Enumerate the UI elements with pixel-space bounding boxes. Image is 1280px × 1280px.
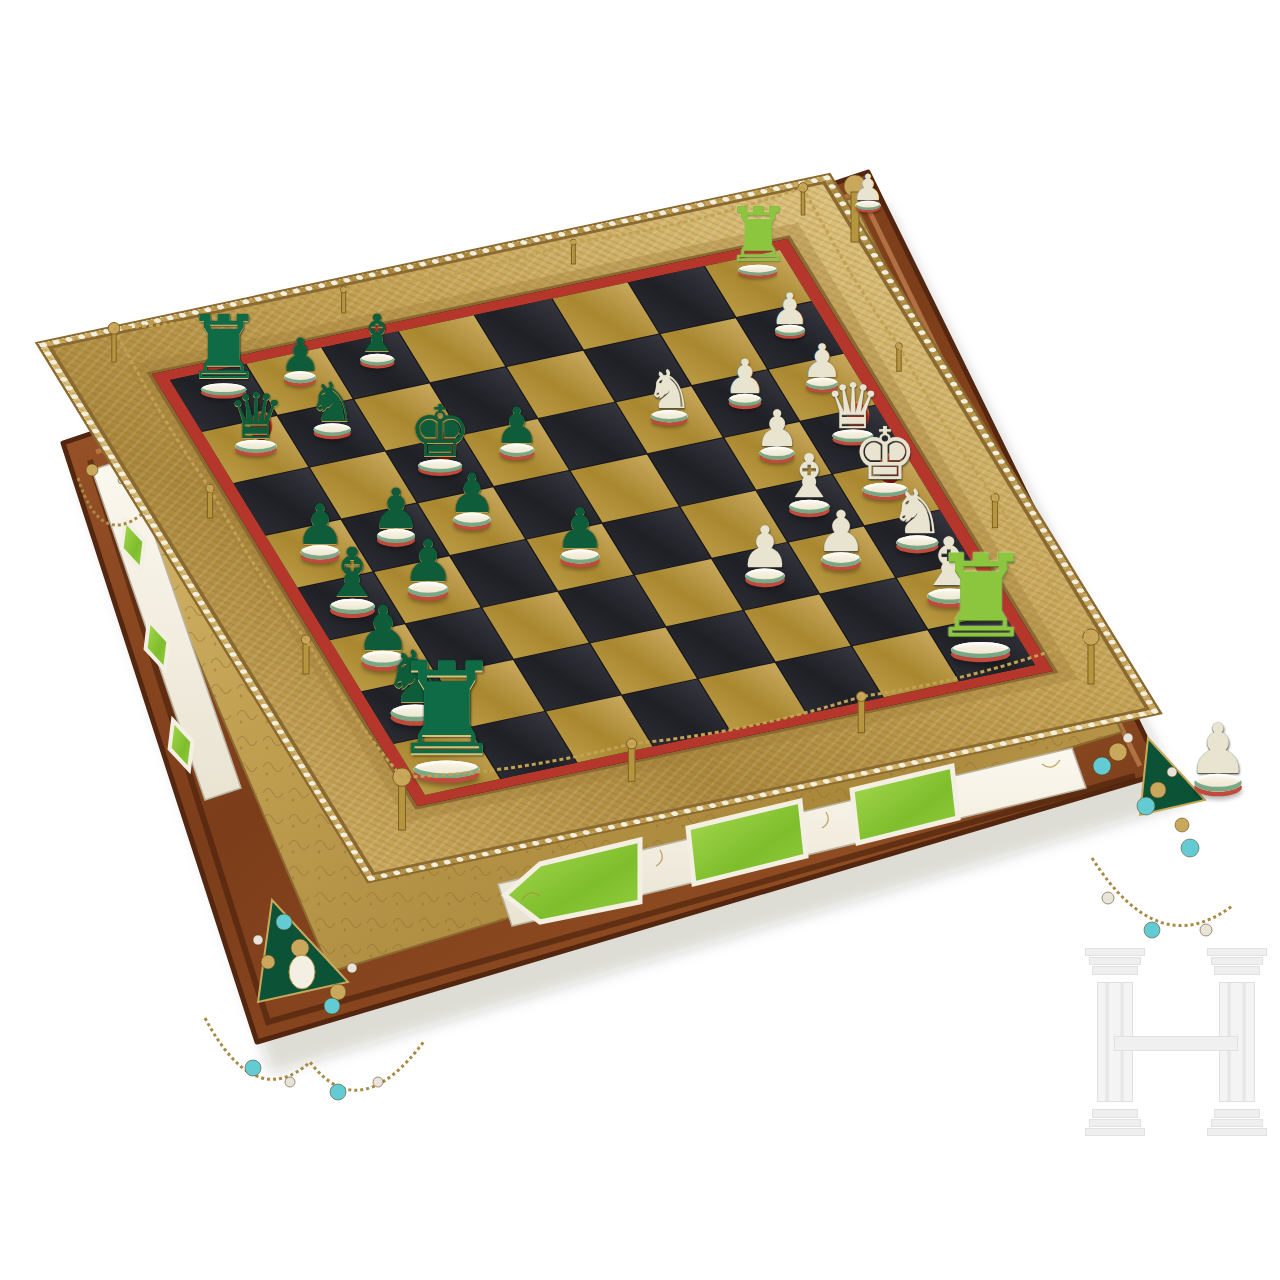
railing-chain [114,328,210,488]
auction-photo-ornate-chess-set: { "game": "chess", "subject": "Historici… [0,0,1280,1280]
railing-chain [114,290,344,329]
gallery-railing-far [0,0,1280,1280]
railing-chain [899,346,995,498]
railing-post [206,484,214,518]
railing-post [991,494,999,528]
north-corner-finial-post [851,192,859,242]
railing-chain [344,242,574,290]
corner-finial-post [108,323,120,362]
railing-chain [573,187,803,242]
